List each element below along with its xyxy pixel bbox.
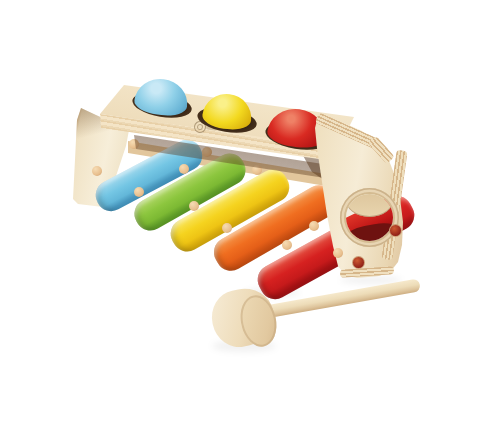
bead-spacer (282, 240, 292, 250)
bead-spacer (134, 187, 144, 197)
bead-spacer (222, 223, 232, 233)
product-photo-stage (0, 0, 502, 430)
bead-spacer (189, 201, 199, 211)
bead-spacer (179, 164, 189, 174)
bead-spacer (333, 248, 343, 258)
sound-hole (346, 194, 393, 241)
bead-spacer (309, 221, 319, 231)
panel-small-hole-lower (352, 256, 365, 269)
bead-spacer (92, 166, 102, 176)
panel-small-hole-upper (389, 224, 402, 237)
